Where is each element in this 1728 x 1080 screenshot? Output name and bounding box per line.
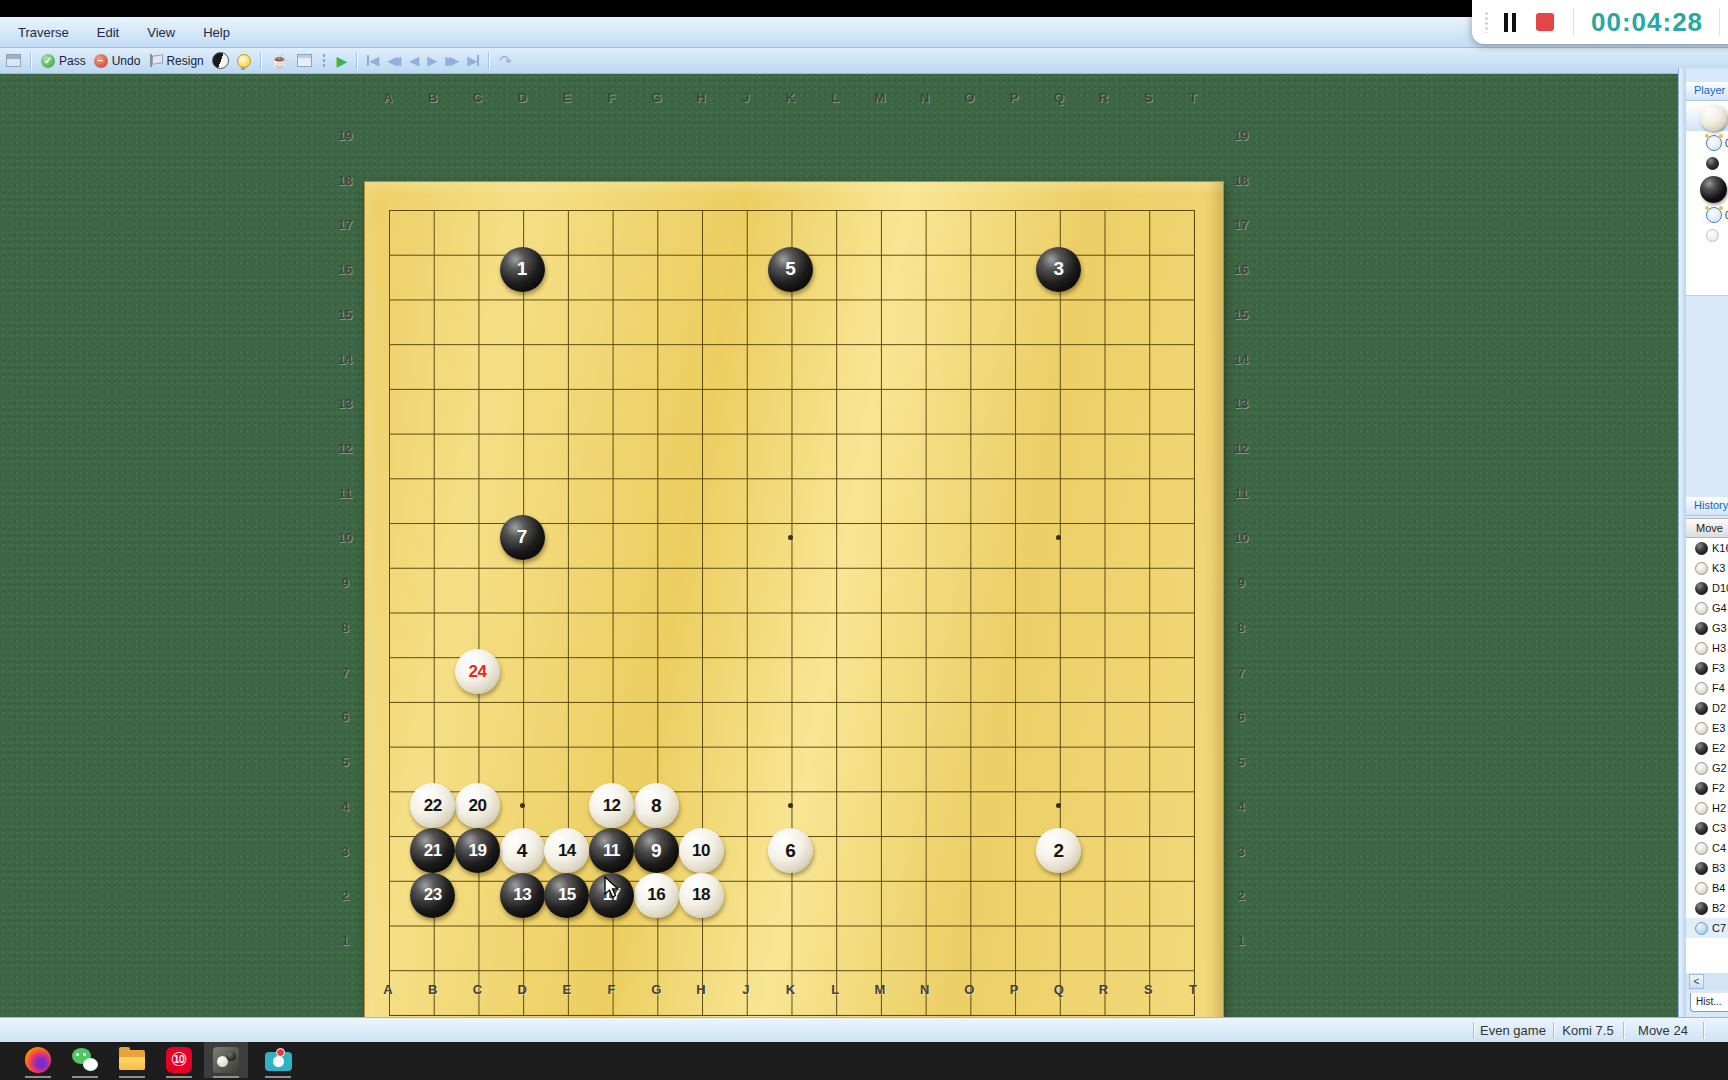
- taskbar-go-app-icon[interactable]: [204, 1042, 248, 1078]
- row-label-left: 14: [338, 351, 352, 366]
- black-stone-icon: [1695, 662, 1708, 675]
- print-button[interactable]: [2, 52, 25, 69]
- col-label-bottom: A: [383, 982, 392, 997]
- row-label-left: 8: [341, 619, 348, 634]
- history-move-label: C3: [1712, 822, 1726, 834]
- window-icon: [297, 54, 312, 67]
- stone-black-Q16: 3: [1036, 247, 1081, 292]
- black-stone-icon: [1695, 742, 1708, 755]
- black-stone-icon: [1695, 782, 1708, 795]
- status-move-number: Move 24: [1626, 1021, 1700, 1039]
- row-label-right: 19: [1234, 128, 1248, 143]
- toolbar-separator: [488, 52, 490, 70]
- row-label-right: 12: [1234, 441, 1248, 456]
- col-label-bottom: R: [1099, 982, 1108, 997]
- col-label-top: O: [964, 90, 974, 105]
- col-label-top: T: [1189, 90, 1197, 105]
- history-row-F3[interactable]: F3: [1686, 658, 1728, 678]
- menu-edit[interactable]: Edit: [85, 22, 131, 43]
- captured-black-stone-icon: [1706, 157, 1719, 170]
- undo-label: Undo: [112, 54, 141, 68]
- black-player-row[interactable]: [1686, 176, 1728, 203]
- history-row-F4[interactable]: F4: [1686, 678, 1728, 698]
- clock-icon: [1706, 207, 1722, 223]
- toolbar-grip[interactable]: [322, 53, 326, 69]
- row-label-left: 12: [338, 441, 352, 456]
- history-move-label: K16: [1712, 542, 1728, 554]
- col-label-top: M: [874, 90, 885, 105]
- row-label-left: 13: [338, 396, 352, 411]
- row-label-left: 15: [338, 306, 352, 321]
- app-background: [0, 74, 1678, 1017]
- black-stone-icon: [1695, 822, 1708, 835]
- row-label-left: 3: [341, 843, 348, 858]
- pause-button[interactable]: [1504, 13, 1516, 32]
- history-move-label: C7: [1712, 922, 1726, 934]
- row-label-right: 15: [1234, 306, 1248, 321]
- white-player-row[interactable]: [1686, 104, 1728, 131]
- star-point: [788, 535, 793, 540]
- taskbar-file-explorer-icon[interactable]: [110, 1042, 154, 1078]
- white-stone-icon: [1695, 682, 1708, 695]
- history-row-C7[interactable]: C7: [1686, 918, 1728, 938]
- stone-white-Q3: 2: [1036, 828, 1081, 873]
- black-stone-icon: [1695, 902, 1708, 915]
- history-move-label: H3: [1712, 642, 1726, 654]
- mouse-cursor: [604, 876, 624, 898]
- status-game-type: Even game: [1476, 1021, 1550, 1039]
- history-move-label: D2: [1712, 702, 1726, 714]
- white-stone-icon: [1695, 842, 1708, 855]
- history-move-label: C4: [1712, 842, 1726, 854]
- history-move-label: B2: [1712, 902, 1725, 914]
- row-label-left: 6: [341, 709, 348, 724]
- screen-recorder-widget: 00:04:28: [1472, 0, 1728, 44]
- history-row-K3[interactable]: K3: [1686, 558, 1728, 578]
- history-move-label: K3: [1712, 562, 1725, 574]
- resign-label: Resign: [166, 54, 203, 68]
- history-move-label: D10: [1712, 582, 1728, 594]
- row-label-right: 14: [1234, 351, 1248, 366]
- coffee-cup-icon: ☕: [271, 54, 290, 68]
- row-label-left: 9: [341, 575, 348, 590]
- redo-button[interactable]: ↷: [495, 50, 516, 72]
- history-row-H3[interactable]: H3: [1686, 638, 1728, 658]
- col-label-top: N: [920, 90, 929, 105]
- toolbar-separator: [260, 52, 262, 70]
- history-panel-header: History: [1686, 497, 1728, 516]
- col-label-bottom: J: [742, 982, 749, 997]
- history-row-G4[interactable]: G4: [1686, 598, 1728, 618]
- col-label-bottom: L: [831, 982, 839, 997]
- stone-white-H2: 18: [679, 873, 724, 918]
- row-label-left: 2: [341, 888, 348, 903]
- col-label-top: H: [696, 90, 705, 105]
- col-label-bottom: H: [696, 982, 705, 997]
- black-stone-icon: [1695, 582, 1708, 595]
- row-label-right: 4: [1237, 798, 1244, 813]
- white-stone-icon: [1695, 562, 1708, 575]
- black-stone-icon: [1695, 702, 1708, 715]
- stone-white-K3: 6: [768, 828, 813, 873]
- history-row-E2[interactable]: E2: [1686, 738, 1728, 758]
- col-label-top: C: [473, 90, 482, 105]
- taskbar-wechat-icon[interactable]: [63, 1042, 107, 1078]
- row-label-right: 17: [1234, 217, 1248, 232]
- row-label-right: 18: [1234, 172, 1248, 187]
- toolbar: ✓ Pass − Undo Resign ☕ ▶ ◀ ◀◀ ◀: [0, 48, 1728, 74]
- status-bar: Even game Komi 7.5 Move 24: [0, 1017, 1728, 1042]
- stone-toggle-button[interactable]: [208, 50, 233, 71]
- history-tab[interactable]: Hist...: [1690, 993, 1728, 1012]
- row-label-left: 10: [338, 530, 352, 545]
- back-button[interactable]: ◀: [405, 53, 423, 69]
- history-row-F2[interactable]: F2: [1686, 778, 1728, 798]
- printer-icon: [6, 54, 21, 67]
- history-row-C4[interactable]: C4: [1686, 838, 1728, 858]
- history-scrollbar[interactable]: <: [1686, 973, 1728, 990]
- stone-black-D16: 1: [500, 247, 545, 292]
- col-label-top: B: [428, 90, 437, 105]
- row-label-right: 6: [1237, 709, 1244, 724]
- history-row-E3[interactable]: E3: [1686, 718, 1728, 738]
- history-move-label: H2: [1712, 802, 1726, 814]
- clock-icon: [1706, 135, 1722, 151]
- screen: TraverseEditViewHelp ✓ Pass − Undo Resig…: [0, 0, 1728, 1080]
- play-button[interactable]: ▶: [332, 52, 351, 70]
- black-stone-icon: [1695, 622, 1708, 635]
- col-label-top: F: [608, 90, 616, 105]
- col-label-bottom: D: [517, 982, 526, 997]
- resign-button[interactable]: Resign: [144, 51, 207, 70]
- black-captures-row: [1686, 225, 1728, 245]
- recording-timer: 00:04:28: [1591, 7, 1703, 38]
- row-label-left: 16: [338, 262, 352, 277]
- menu-help[interactable]: Help: [191, 22, 242, 43]
- col-label-top: K: [786, 90, 795, 105]
- history-row-H2[interactable]: H2: [1686, 798, 1728, 818]
- move-column-header[interactable]: Move: [1686, 518, 1728, 538]
- white-stone-icon: [1695, 642, 1708, 655]
- black-white-stone-icon: [212, 52, 229, 69]
- break-button[interactable]: ☕: [267, 52, 294, 70]
- lightbulb-icon: [237, 54, 251, 68]
- row-label-right: 13: [1234, 396, 1248, 411]
- stop-button[interactable]: [1536, 13, 1554, 31]
- taskbar-screen-recorder-icon[interactable]: [256, 1042, 300, 1078]
- white-captures-row: [1686, 153, 1728, 173]
- col-label-bottom: G: [651, 982, 661, 997]
- col-label-top: G: [651, 90, 661, 105]
- history-move-label: F2: [1712, 782, 1725, 794]
- menu-view[interactable]: View: [135, 22, 187, 43]
- col-label-top: P: [1010, 90, 1019, 105]
- history-row-G3[interactable]: G3: [1686, 618, 1728, 638]
- stone-white-C7: 24: [455, 649, 500, 694]
- stone-white-G4: 8: [634, 783, 679, 828]
- player-panel: 0 0: [1686, 101, 1728, 296]
- panel-button[interactable]: [293, 52, 316, 69]
- forward-button[interactable]: ▶: [423, 53, 441, 69]
- pass-button[interactable]: ✓ Pass: [37, 52, 90, 70]
- row-label-right: 5: [1237, 754, 1244, 769]
- stone-black-C3: 19: [455, 828, 500, 873]
- play-icon: ▶: [336, 54, 347, 68]
- white-stone-icon: [1695, 762, 1708, 775]
- history-move-label: B4: [1712, 882, 1725, 894]
- history-move-label: E2: [1712, 742, 1725, 754]
- redo-arrow-icon: ↷: [499, 52, 512, 70]
- row-label-right: 8: [1237, 619, 1244, 634]
- history-move-label: E3: [1712, 722, 1725, 734]
- toolbar-separator: [30, 52, 32, 70]
- player-panel-header: Player: [1686, 82, 1728, 101]
- stone-black-E2: 15: [544, 873, 589, 918]
- white-clock-row: 0: [1686, 133, 1728, 153]
- white-stone-icon: [1695, 922, 1708, 935]
- history-row-G2[interactable]: G2: [1686, 758, 1728, 778]
- history-row-K16[interactable]: K16: [1686, 538, 1728, 558]
- taskbar-firefox-icon[interactable]: [16, 1042, 60, 1078]
- undo-minus-icon: −: [94, 54, 108, 68]
- col-label-bottom: O: [964, 982, 974, 997]
- stone-white-D3: 4: [500, 828, 545, 873]
- stone-black-F3: 11: [589, 828, 634, 873]
- toolbar-separator: [356, 52, 358, 70]
- row-label-right: 9: [1237, 575, 1244, 590]
- col-label-top: R: [1099, 90, 1108, 105]
- menu-bar: TraverseEditViewHelp: [0, 17, 1728, 48]
- move-history-list: K16K3D10G4G3H3F3F4D2E3E2G2F2H2C3C4B3B4B2…: [1686, 538, 1728, 975]
- captured-white-stone-icon: [1706, 229, 1719, 242]
- col-label-top: L: [831, 90, 839, 105]
- col-label-bottom: K: [786, 982, 795, 997]
- history-row-D2[interactable]: D2: [1686, 698, 1728, 718]
- row-label-left: 5: [341, 754, 348, 769]
- row-label-left: 19: [338, 128, 352, 143]
- row-label-right: 10: [1234, 530, 1248, 545]
- row-label-left: 17: [338, 217, 352, 232]
- col-label-bottom: M: [874, 982, 885, 997]
- history-move-label: G3: [1712, 622, 1727, 634]
- first-move-button[interactable]: ◀: [363, 53, 383, 69]
- col-label-bottom: B: [428, 982, 437, 997]
- white-stone-icon: [1695, 602, 1708, 615]
- history-move-label: F3: [1712, 662, 1725, 674]
- stone-white-G2: 16: [634, 873, 679, 918]
- stone-white-C4: 20: [455, 783, 500, 828]
- history-move-label: G4: [1712, 602, 1727, 614]
- white-stone-icon: [1695, 802, 1708, 815]
- col-label-top: Q: [1054, 90, 1064, 105]
- last-move-button[interactable]: ▶: [463, 53, 483, 69]
- stone-black-B2: 23: [410, 873, 455, 918]
- white-stone-icon: [1700, 104, 1727, 131]
- col-label-bottom: S: [1144, 982, 1153, 997]
- star-point: [520, 803, 525, 808]
- col-label-bottom: T: [1189, 982, 1197, 997]
- col-label-bottom: C: [473, 982, 482, 997]
- row-label-right: 3: [1237, 843, 1244, 858]
- stone-white-H3: 10: [679, 828, 724, 873]
- row-label-left: 4: [341, 798, 348, 813]
- history-row-D10[interactable]: D10: [1686, 578, 1728, 598]
- col-label-bottom: P: [1010, 982, 1019, 997]
- col-label-top: S: [1144, 90, 1153, 105]
- black-stone-icon: [1695, 862, 1708, 875]
- stone-black-K16: 5: [768, 247, 813, 292]
- col-label-top: E: [563, 90, 572, 105]
- row-label-left: 1: [341, 932, 348, 947]
- resign-flag-icon: [148, 53, 162, 68]
- history-move-label: F4: [1712, 682, 1725, 694]
- col-label-top: A: [383, 90, 392, 105]
- fast-forward-button[interactable]: ▶▶: [441, 53, 463, 69]
- row-label-right: 16: [1234, 262, 1248, 277]
- col-label-top: J: [742, 90, 749, 105]
- stone-black-B3: 21: [410, 828, 455, 873]
- taskbar-netease-music-icon[interactable]: ⑩: [157, 1042, 201, 1078]
- pass-check-icon: ✓: [41, 54, 55, 68]
- history-move-label: G2: [1712, 762, 1727, 774]
- undo-button[interactable]: − Undo: [90, 52, 145, 70]
- history-move-label: B3: [1712, 862, 1725, 874]
- row-label-right: 2: [1237, 888, 1244, 903]
- col-label-bottom: F: [608, 982, 616, 997]
- fast-back-button[interactable]: ◀◀: [383, 53, 405, 69]
- row-label-left: 18: [338, 172, 352, 187]
- white-stone-icon: [1695, 722, 1708, 735]
- black-stone-icon: [1695, 542, 1708, 555]
- window-splitter[interactable]: [1678, 68, 1686, 1017]
- stone-black-D10: 7: [500, 515, 545, 560]
- black-clock-row: 0: [1686, 205, 1728, 225]
- stone-black-G3: 9: [634, 828, 679, 873]
- row-label-left: 11: [338, 485, 352, 500]
- status-komi: Komi 7.5: [1556, 1021, 1620, 1039]
- menu-traverse[interactable]: Traverse: [6, 22, 81, 43]
- windows-taskbar: ⑩: [0, 1042, 1728, 1080]
- row-label-left: 7: [341, 664, 348, 679]
- history-row-B4[interactable]: B4: [1686, 878, 1728, 898]
- drag-grip-icon[interactable]: [1484, 11, 1490, 33]
- col-label-bottom: N: [920, 982, 929, 997]
- scroll-left-button[interactable]: <: [1689, 974, 1704, 989]
- black-stone-icon: [1700, 176, 1727, 203]
- history-row-B2[interactable]: B2: [1686, 898, 1728, 918]
- right-sidebar: Player 0 0 History: [1686, 68, 1728, 1017]
- col-label-bottom: E: [563, 982, 572, 997]
- col-label-bottom: Q: [1054, 982, 1064, 997]
- row-label-right: 7: [1237, 664, 1244, 679]
- row-label-right: 11: [1234, 485, 1248, 500]
- history-row-C3[interactable]: C3: [1686, 818, 1728, 838]
- stone-black-D2: 13: [500, 873, 545, 918]
- white-stone-icon: [1695, 882, 1708, 895]
- go-board[interactable]: [364, 181, 1224, 1047]
- col-label-top: D: [517, 90, 526, 105]
- hint-button[interactable]: [233, 52, 255, 70]
- history-row-B3[interactable]: B3: [1686, 858, 1728, 878]
- row-label-right: 1: [1237, 932, 1244, 947]
- pass-label: Pass: [59, 54, 86, 68]
